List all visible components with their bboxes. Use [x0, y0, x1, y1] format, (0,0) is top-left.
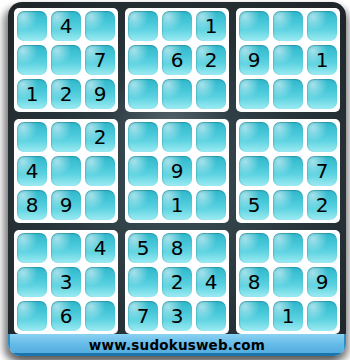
cell-r8c5: 2 — [162, 267, 192, 297]
cell-r3c6[interactable] — [196, 79, 226, 109]
cell-r1c7[interactable] — [239, 11, 269, 41]
sudoku-box-1: 47129 — [14, 8, 118, 112]
website-link[interactable]: www.sudokusweb.com — [89, 337, 265, 353]
cell-r3c9[interactable] — [307, 79, 337, 109]
cell-r8c2: 3 — [51, 267, 81, 297]
cell-r3c3: 9 — [85, 79, 115, 109]
cell-r9c7[interactable] — [239, 301, 269, 331]
cell-r1c3[interactable] — [85, 11, 115, 41]
cell-r4c1[interactable] — [17, 122, 47, 152]
cell-r5c5: 9 — [162, 156, 192, 186]
cell-r9c1[interactable] — [17, 301, 47, 331]
cell-r9c3[interactable] — [85, 301, 115, 331]
cell-r7c6[interactable] — [196, 233, 226, 263]
cell-r7c5: 8 — [162, 233, 192, 263]
cell-r5c8[interactable] — [273, 156, 303, 186]
cell-r3c5[interactable] — [162, 79, 192, 109]
sudoku-box-2: 162 — [125, 8, 229, 112]
cell-r1c5[interactable] — [162, 11, 192, 41]
footer-bar: www.sudokusweb.com — [8, 334, 346, 356]
cell-r6c2: 9 — [51, 190, 81, 220]
sudoku-box-6: 752 — [236, 119, 340, 223]
cell-r5c1: 4 — [17, 156, 47, 186]
cell-r6c8[interactable] — [273, 190, 303, 220]
cell-r5c2[interactable] — [51, 156, 81, 186]
cell-r2c7: 9 — [239, 45, 269, 75]
cell-r4c5[interactable] — [162, 122, 192, 152]
cell-r1c2: 4 — [51, 11, 81, 41]
cell-r6c7: 5 — [239, 190, 269, 220]
cell-r6c5: 1 — [162, 190, 192, 220]
cell-r4c6[interactable] — [196, 122, 226, 152]
cell-r1c4[interactable] — [128, 11, 158, 41]
cell-r2c5: 6 — [162, 45, 192, 75]
sudoku-grid: 4712916291248991752436582473891 — [8, 2, 346, 334]
cell-r2c6: 2 — [196, 45, 226, 75]
cell-r9c4: 7 — [128, 301, 158, 331]
sudoku-box-7: 436 — [14, 230, 118, 334]
cell-r7c9[interactable] — [307, 233, 337, 263]
cell-r8c9: 9 — [307, 267, 337, 297]
cell-r2c3: 7 — [85, 45, 115, 75]
cell-r4c4[interactable] — [128, 122, 158, 152]
sudoku-board: 4712916291248991752436582473891 www.sudo… — [8, 2, 346, 356]
cell-r7c7[interactable] — [239, 233, 269, 263]
cell-r1c6: 1 — [196, 11, 226, 41]
cell-r5c9: 7 — [307, 156, 337, 186]
cell-r8c3[interactable] — [85, 267, 115, 297]
cell-r4c9[interactable] — [307, 122, 337, 152]
cell-r4c3: 2 — [85, 122, 115, 152]
sudoku-box-8: 582473 — [125, 230, 229, 334]
cell-r1c8[interactable] — [273, 11, 303, 41]
cell-r7c3: 4 — [85, 233, 115, 263]
cell-r4c7[interactable] — [239, 122, 269, 152]
cell-r2c1[interactable] — [17, 45, 47, 75]
cell-r3c4[interactable] — [128, 79, 158, 109]
cell-r6c3[interactable] — [85, 190, 115, 220]
cell-r9c8: 1 — [273, 301, 303, 331]
cell-r4c8[interactable] — [273, 122, 303, 152]
cell-r5c3[interactable] — [85, 156, 115, 186]
cell-r6c9: 2 — [307, 190, 337, 220]
cell-r5c6[interactable] — [196, 156, 226, 186]
cell-r2c8[interactable] — [273, 45, 303, 75]
cell-r3c1: 1 — [17, 79, 47, 109]
cell-r6c1: 8 — [17, 190, 47, 220]
cell-r8c4[interactable] — [128, 267, 158, 297]
cell-r8c8[interactable] — [273, 267, 303, 297]
cell-r3c7[interactable] — [239, 79, 269, 109]
cell-r8c1[interactable] — [17, 267, 47, 297]
sudoku-box-4: 2489 — [14, 119, 118, 223]
cell-r6c6[interactable] — [196, 190, 226, 220]
cell-r2c4[interactable] — [128, 45, 158, 75]
cell-r7c8[interactable] — [273, 233, 303, 263]
cell-r7c4: 5 — [128, 233, 158, 263]
cell-r8c6: 4 — [196, 267, 226, 297]
cell-r9c9[interactable] — [307, 301, 337, 331]
cell-r1c1[interactable] — [17, 11, 47, 41]
cell-r3c8[interactable] — [273, 79, 303, 109]
cell-r9c6[interactable] — [196, 301, 226, 331]
cell-r3c2: 2 — [51, 79, 81, 109]
cell-r2c2[interactable] — [51, 45, 81, 75]
cell-r7c2[interactable] — [51, 233, 81, 263]
cell-r1c9[interactable] — [307, 11, 337, 41]
sudoku-box-3: 91 — [236, 8, 340, 112]
cell-r7c1[interactable] — [17, 233, 47, 263]
cell-r9c2: 6 — [51, 301, 81, 331]
cell-r5c7[interactable] — [239, 156, 269, 186]
cell-r9c5: 3 — [162, 301, 192, 331]
cell-r4c2[interactable] — [51, 122, 81, 152]
sudoku-box-9: 891 — [236, 230, 340, 334]
cell-r6c4[interactable] — [128, 190, 158, 220]
cell-r2c9: 1 — [307, 45, 337, 75]
cell-r5c4[interactable] — [128, 156, 158, 186]
sudoku-box-5: 91 — [125, 119, 229, 223]
cell-r8c7: 8 — [239, 267, 269, 297]
